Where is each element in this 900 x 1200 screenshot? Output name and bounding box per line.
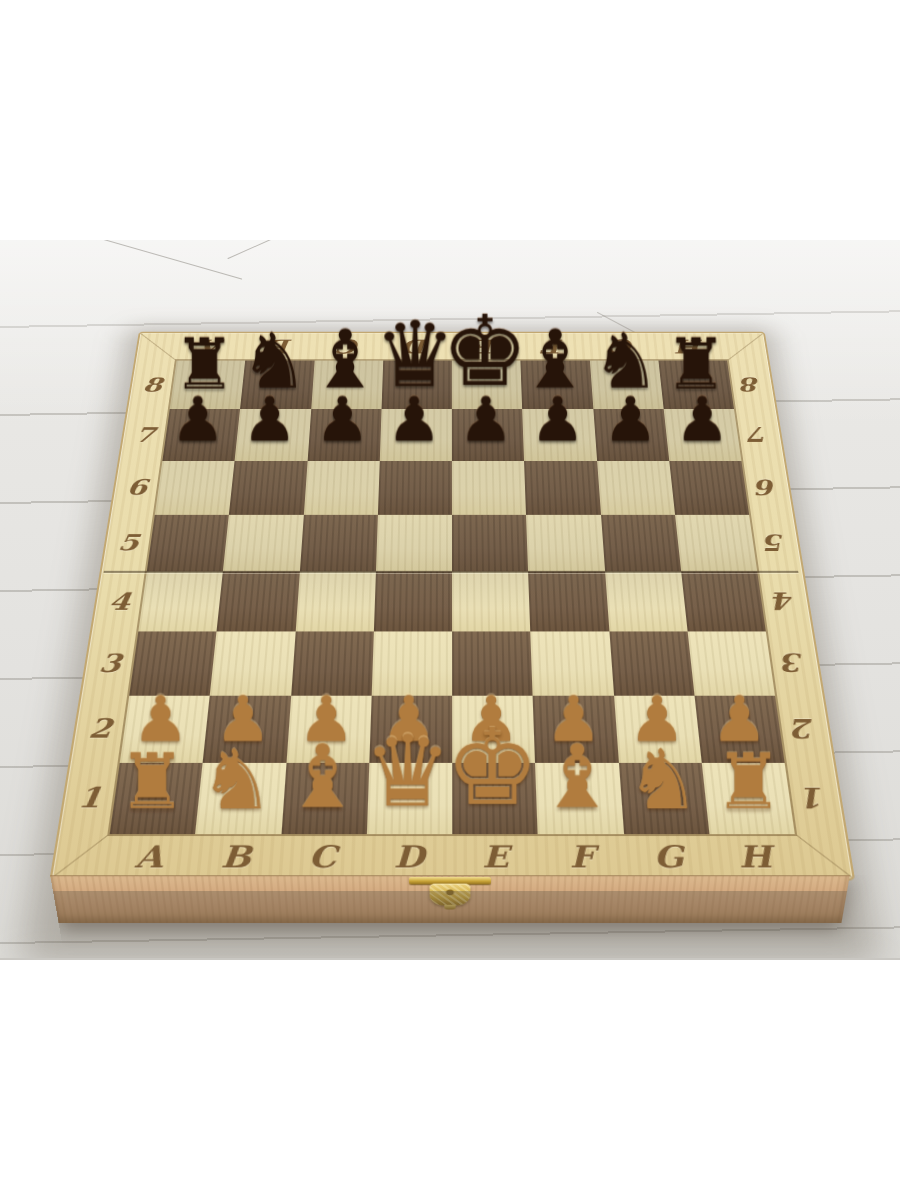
- square-b7: [235, 409, 311, 460]
- square-g5: [601, 515, 681, 572]
- rank-label-right-3: 3: [766, 632, 823, 696]
- square-b2: [203, 695, 291, 762]
- rank-label-right-2: 2: [775, 695, 834, 762]
- square-e3: [452, 632, 533, 696]
- file-label-bottom-f: F: [538, 834, 627, 878]
- square-f4: [528, 572, 609, 632]
- square-c2: [286, 695, 371, 762]
- square-c8: [311, 361, 383, 410]
- square-g4: [605, 572, 688, 632]
- rank-label-right-7: 7: [734, 409, 784, 460]
- table-surface: 8765432187654321ABCDEFGHABCDEFGH ♜♞♝♛♚♝♞…: [0, 240, 900, 960]
- rank-label-left-8: 8: [128, 361, 177, 410]
- square-d3: [371, 632, 452, 696]
- rank-label-right-1: 1: [785, 763, 846, 834]
- rank-label-left-3: 3: [82, 632, 139, 696]
- chess-board: [110, 361, 795, 835]
- file-label-top-f: F: [520, 333, 590, 361]
- square-h6: [669, 461, 749, 515]
- file-label-top-a: A: [177, 333, 249, 361]
- square-d8: [381, 361, 452, 410]
- square-h8: [658, 361, 734, 410]
- square-h3: [687, 632, 775, 696]
- square-g8: [589, 361, 663, 410]
- square-g7: [593, 409, 669, 460]
- square-g6: [597, 461, 675, 515]
- square-b6: [229, 461, 307, 515]
- file-label-bottom-b: B: [191, 834, 281, 878]
- square-g1: [618, 763, 709, 834]
- square-e5: [452, 515, 528, 572]
- square-c5: [299, 515, 377, 572]
- file-label-bottom-c: C: [278, 834, 367, 878]
- square-d5: [376, 515, 452, 572]
- square-e6: [452, 461, 526, 515]
- square-a2: [120, 695, 210, 762]
- rank-label-left-1: 1: [59, 763, 120, 834]
- square-d1: [367, 763, 453, 834]
- square-c7: [307, 409, 381, 460]
- square-b8: [240, 361, 314, 410]
- square-a1: [110, 763, 203, 834]
- rank-label-left-7: 7: [120, 409, 170, 460]
- square-h1: [701, 763, 794, 834]
- square-f8: [521, 361, 593, 410]
- file-label-bottom-d: D: [365, 834, 452, 878]
- square-d7: [380, 409, 452, 460]
- square-f6: [524, 461, 600, 515]
- square-d6: [378, 461, 452, 515]
- square-b4: [217, 572, 300, 632]
- folding-chess-box: 8765432187654321ABCDEFGHABCDEFGH ♜♞♝♛♚♝♞…: [50, 332, 850, 877]
- square-h7: [663, 409, 741, 460]
- square-e1: [452, 763, 538, 834]
- square-f2: [533, 695, 619, 762]
- square-a6: [155, 461, 235, 515]
- file-label-top-e: E: [452, 333, 521, 361]
- square-c1: [281, 763, 369, 834]
- file-label-bottom-h: H: [709, 834, 801, 878]
- square-f7: [522, 409, 596, 460]
- square-a4: [138, 572, 223, 632]
- rank-label-left-2: 2: [71, 695, 130, 762]
- square-h5: [675, 515, 757, 572]
- square-b3: [210, 632, 295, 696]
- square-f1: [535, 763, 623, 834]
- square-h2: [694, 695, 784, 762]
- square-f3: [530, 632, 613, 696]
- file-label-bottom-g: G: [624, 834, 714, 878]
- rank-label-right-4: 4: [757, 572, 812, 632]
- rank-label-right-8: 8: [727, 361, 776, 410]
- square-e7: [452, 409, 524, 460]
- square-c4: [295, 572, 376, 632]
- square-e4: [452, 572, 530, 632]
- square-g2: [614, 695, 702, 762]
- file-label-top-g: G: [587, 333, 658, 361]
- file-label-top-b: B: [245, 333, 316, 361]
- frame-mitre-joint: [728, 333, 763, 360]
- file-label-top-h: H: [655, 333, 727, 361]
- square-e8: [452, 361, 523, 410]
- square-d2: [369, 695, 452, 762]
- square-a5: [147, 515, 229, 572]
- rank-label-left-4: 4: [92, 572, 147, 632]
- file-label-bottom-e: E: [452, 834, 539, 878]
- square-c6: [303, 461, 379, 515]
- square-a8: [170, 361, 246, 410]
- file-label-top-d: D: [383, 333, 452, 361]
- rank-label-right-5: 5: [749, 515, 802, 572]
- rank-label-right-6: 6: [741, 461, 793, 515]
- square-e2: [452, 695, 535, 762]
- square-a7: [162, 409, 240, 460]
- square-b5: [223, 515, 303, 572]
- square-b1: [195, 763, 286, 834]
- square-f5: [526, 515, 604, 572]
- square-a3: [129, 632, 216, 696]
- board-frame: 8765432187654321ABCDEFGHABCDEFGH: [49, 332, 855, 881]
- square-g3: [609, 632, 694, 696]
- frame-mitre-joint: [53, 835, 108, 877]
- frame-mitre-joint: [797, 835, 852, 877]
- frame-mitre-joint: [141, 333, 176, 360]
- file-label-top-c: C: [314, 333, 384, 361]
- fold-seam: [104, 571, 799, 573]
- rank-label-left-6: 6: [111, 461, 162, 515]
- square-c3: [291, 632, 374, 696]
- scene: 8765432187654321ABCDEFGHABCDEFGH ♜♞♝♛♚♝♞…: [0, 240, 900, 958]
- square-h4: [681, 572, 766, 632]
- file-label-bottom-a: A: [103, 834, 195, 878]
- square-d4: [374, 572, 452, 632]
